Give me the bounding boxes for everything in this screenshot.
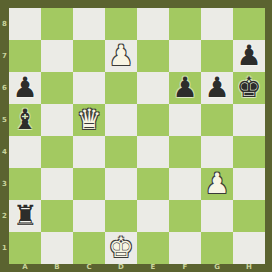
square-c5[interactable]: ♛ (73, 104, 105, 136)
square-e1[interactable] (137, 232, 169, 264)
rank-label-6: 6 (0, 72, 9, 104)
square-f4[interactable] (169, 136, 201, 168)
file-label-f: F (169, 264, 201, 272)
chess-board-frame: ♟♟♟♟♟♚♝♛♟♜♚ 87654321ABCDEFGH (0, 0, 272, 272)
black-pawn-a6[interactable]: ♟ (9, 72, 41, 104)
square-e6[interactable] (137, 72, 169, 104)
square-h2[interactable] (233, 200, 265, 232)
square-b1[interactable] (41, 232, 73, 264)
black-rook-a2[interactable]: ♜ (9, 200, 41, 232)
square-e4[interactable] (137, 136, 169, 168)
square-e2[interactable] (137, 200, 169, 232)
white-pawn-d7[interactable]: ♟ (105, 40, 137, 72)
square-h5[interactable] (233, 104, 265, 136)
file-label-a: A (9, 264, 41, 272)
black-pawn-f6[interactable]: ♟ (169, 72, 201, 104)
square-g4[interactable] (201, 136, 233, 168)
black-king-h6[interactable]: ♚ (233, 72, 265, 104)
square-c3[interactable] (73, 168, 105, 200)
black-pawn-h7[interactable]: ♟ (233, 40, 265, 72)
square-f3[interactable] (169, 168, 201, 200)
square-h4[interactable] (233, 136, 265, 168)
rank-label-2: 2 (0, 200, 9, 232)
square-d4[interactable] (105, 136, 137, 168)
square-g3[interactable]: ♟ (201, 168, 233, 200)
square-e7[interactable] (137, 40, 169, 72)
square-b2[interactable] (41, 200, 73, 232)
square-g5[interactable] (201, 104, 233, 136)
rank-label-5: 5 (0, 104, 9, 136)
square-d7[interactable]: ♟ (105, 40, 137, 72)
square-b4[interactable] (41, 136, 73, 168)
square-a1[interactable] (9, 232, 41, 264)
file-label-h: H (233, 264, 265, 272)
square-a7[interactable] (9, 40, 41, 72)
square-c8[interactable] (73, 8, 105, 40)
square-f1[interactable] (169, 232, 201, 264)
square-g8[interactable] (201, 8, 233, 40)
square-c2[interactable] (73, 200, 105, 232)
square-g1[interactable] (201, 232, 233, 264)
square-h7[interactable]: ♟ (233, 40, 265, 72)
square-b8[interactable] (41, 8, 73, 40)
square-h8[interactable] (233, 8, 265, 40)
square-d3[interactable] (105, 168, 137, 200)
rank-label-3: 3 (0, 168, 9, 200)
square-a6[interactable]: ♟ (9, 72, 41, 104)
file-label-b: B (41, 264, 73, 272)
square-g7[interactable] (201, 40, 233, 72)
square-f2[interactable] (169, 200, 201, 232)
chess-board: ♟♟♟♟♟♚♝♛♟♜♚ (9, 8, 265, 264)
square-g2[interactable] (201, 200, 233, 232)
square-f8[interactable] (169, 8, 201, 40)
black-pawn-g6[interactable]: ♟ (201, 72, 233, 104)
file-label-c: C (73, 264, 105, 272)
white-king-d1[interactable]: ♚ (105, 232, 137, 264)
square-d1[interactable]: ♚ (105, 232, 137, 264)
white-queen-c5[interactable]: ♛ (73, 104, 105, 136)
square-a2[interactable]: ♜ (9, 200, 41, 232)
square-d2[interactable] (105, 200, 137, 232)
square-b6[interactable] (41, 72, 73, 104)
square-e3[interactable] (137, 168, 169, 200)
square-c1[interactable] (73, 232, 105, 264)
square-c6[interactable] (73, 72, 105, 104)
square-a4[interactable] (9, 136, 41, 168)
square-a8[interactable] (9, 8, 41, 40)
rank-label-8: 8 (0, 8, 9, 40)
square-h1[interactable] (233, 232, 265, 264)
square-c4[interactable] (73, 136, 105, 168)
square-e8[interactable] (137, 8, 169, 40)
square-f7[interactable] (169, 40, 201, 72)
square-a3[interactable] (9, 168, 41, 200)
square-f5[interactable] (169, 104, 201, 136)
black-bishop-a5[interactable]: ♝ (9, 104, 41, 136)
square-h6[interactable]: ♚ (233, 72, 265, 104)
square-b3[interactable] (41, 168, 73, 200)
square-d6[interactable] (105, 72, 137, 104)
file-label-g: G (201, 264, 233, 272)
rank-label-7: 7 (0, 40, 9, 72)
square-a5[interactable]: ♝ (9, 104, 41, 136)
rank-label-1: 1 (0, 232, 9, 264)
square-d5[interactable] (105, 104, 137, 136)
square-f6[interactable]: ♟ (169, 72, 201, 104)
square-e5[interactable] (137, 104, 169, 136)
square-c7[interactable] (73, 40, 105, 72)
rank-label-4: 4 (0, 136, 9, 168)
square-g6[interactable]: ♟ (201, 72, 233, 104)
square-d8[interactable] (105, 8, 137, 40)
square-b7[interactable] (41, 40, 73, 72)
white-pawn-g3[interactable]: ♟ (201, 168, 233, 200)
square-b5[interactable] (41, 104, 73, 136)
square-h3[interactable] (233, 168, 265, 200)
file-label-e: E (137, 264, 169, 272)
file-label-d: D (105, 264, 137, 272)
